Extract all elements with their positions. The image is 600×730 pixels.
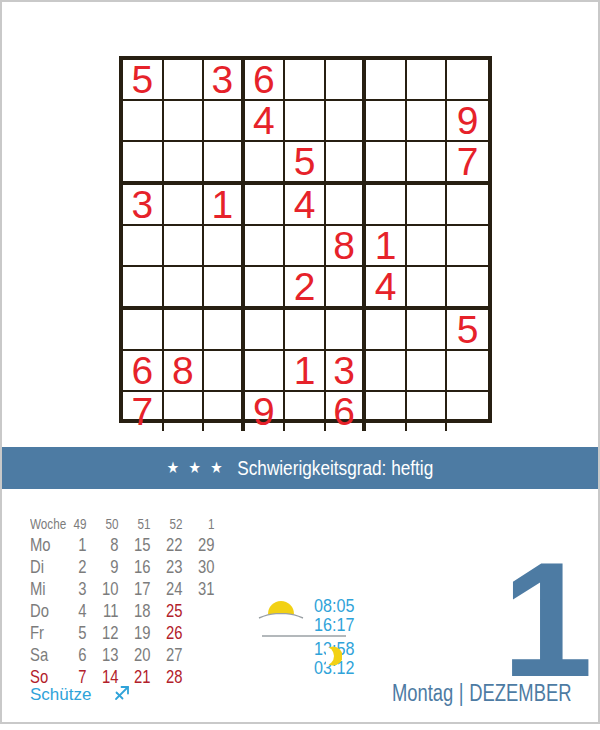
week-number: 52 [150, 512, 182, 534]
sudoku-given-digit: 3 [131, 185, 153, 224]
day-number: 10 [86, 578, 118, 600]
empty-cell [182, 644, 214, 666]
sudoku-cell: 6 [245, 60, 286, 101]
moon-icon [326, 645, 342, 667]
sudoku-given-digit: 4 [253, 101, 275, 140]
day-number: 23 [150, 556, 182, 578]
sudoku-given-digit: 9 [253, 392, 275, 431]
sudoku-cell [366, 185, 407, 226]
day-number: 30 [182, 556, 214, 578]
sudoku-cell [285, 226, 326, 267]
day-number: 22 [150, 534, 182, 556]
sudoku-cell [204, 267, 245, 310]
sudoku-cell [285, 310, 326, 351]
sudoku-cell [164, 267, 205, 310]
sun-times: 08:05 16:17 [314, 596, 354, 634]
sudoku-cell: 1 [285, 351, 326, 392]
calendar-page: 5364957314812456813796 ★ ★ ★ Schwierigke… [0, 0, 600, 724]
sudoku-given-digit: 5 [457, 310, 479, 349]
sudoku-given-digit: 6 [333, 392, 355, 431]
calendar-body: Woche495051521Mo18152229Di29162330Mi3101… [30, 512, 214, 688]
day-number: 17 [118, 578, 150, 600]
day-number: 13 [86, 644, 118, 666]
day-number: 11 [86, 600, 118, 622]
day-number: 26 [150, 622, 182, 644]
calendar-header-row: Woche495051521 [30, 512, 214, 534]
sudoku-given-digit: 2 [294, 267, 316, 306]
sudoku-cell [123, 267, 164, 310]
day-number: 3 [66, 578, 86, 600]
sudoku-cell: 5 [285, 142, 326, 185]
sudoku-cell [204, 392, 245, 431]
day-number: 2 [66, 556, 86, 578]
week-number: 49 [66, 512, 86, 534]
sudoku-cell: 8 [164, 351, 205, 392]
sudoku-given-digit: 7 [131, 392, 153, 431]
calendar-row-mo: Mo18152229 [30, 534, 214, 556]
day-number: 6 [66, 644, 86, 666]
calendar-row-do: Do4111825 [30, 600, 214, 622]
sun-moon-divider [262, 635, 346, 637]
day-number: 18 [118, 600, 150, 622]
sudoku-cell: 1 [204, 185, 245, 226]
sudoku-cell [204, 351, 245, 392]
sudoku-given-digit: 1 [375, 226, 397, 265]
star-icon: ★ [189, 460, 201, 476]
sudoku-given-digit: 3 [212, 60, 234, 99]
zodiac-label: Schütze [30, 685, 91, 705]
day-label: Fr [30, 622, 66, 644]
sudoku-cell: 8 [326, 226, 367, 267]
sudoku-cell [245, 267, 286, 310]
sudoku-cell: 2 [285, 267, 326, 310]
difficulty-banner-content: ★ ★ ★ Schwierigkeitsgrad: heftig [167, 457, 434, 480]
sudoku-cell [164, 142, 205, 185]
sudoku-cell [204, 310, 245, 351]
sudoku-cell [285, 60, 326, 101]
sudoku-cell: 3 [204, 60, 245, 101]
sudoku-cell [326, 310, 367, 351]
sudoku-cell [407, 267, 448, 310]
sunrise-icon [258, 599, 304, 621]
date-number: 1 [502, 538, 593, 702]
weekday-label: Montag [391, 680, 452, 706]
day-number: 16 [118, 556, 150, 578]
day-number: 25 [150, 600, 182, 622]
day-number: 8 [86, 534, 118, 556]
sunset-time: 16:17 [314, 615, 354, 634]
sudoku-given-digit: 3 [333, 351, 355, 390]
week-number: 51 [118, 512, 150, 534]
sudoku-cell [326, 185, 367, 226]
sudoku-cell [407, 310, 448, 351]
sudoku-given-digit: 6 [131, 351, 153, 390]
sudoku-cell [407, 226, 448, 267]
sudoku-cell: 5 [123, 60, 164, 101]
sudoku-cell: 6 [326, 392, 367, 431]
sudoku-cell [326, 267, 367, 310]
calendar-row-mi: Mi310172431 [30, 578, 214, 600]
sudoku-cell: 7 [447, 142, 488, 185]
sudoku-cell [204, 226, 245, 267]
sudoku-cell [366, 392, 407, 431]
sudoku-cell [447, 185, 488, 226]
sudoku-cell [164, 60, 205, 101]
empty-cell [182, 622, 214, 644]
sudoku-cell [164, 185, 205, 226]
sudoku-given-digit: 6 [253, 60, 275, 99]
star-icon: ★ [167, 460, 179, 476]
difficulty-label: Schwierigkeitsgrad: heftig [237, 457, 433, 480]
calendar-row-fr: Fr5121926 [30, 622, 214, 644]
sudoku-cell [366, 310, 407, 351]
sudoku-cell [245, 310, 286, 351]
sudoku-cell [164, 392, 205, 431]
sudoku-cell [285, 392, 326, 431]
sudoku-given-digit: 1 [212, 185, 234, 224]
date-line: Montag|DEZEMBER [391, 682, 571, 705]
day-number: 27 [150, 644, 182, 666]
sudoku-cell [366, 351, 407, 392]
sudoku-given-digit: 8 [333, 226, 355, 265]
sudoku-cell [164, 101, 205, 142]
day-number: 9 [86, 556, 118, 578]
sudoku-cell [245, 351, 286, 392]
sudoku-cell [123, 142, 164, 185]
sudoku-cell [407, 142, 448, 185]
day-number: 5 [66, 622, 86, 644]
sudoku-cell [123, 101, 164, 142]
day-number: 1 [66, 534, 86, 556]
day-number: 24 [150, 578, 182, 600]
day-number: 12 [86, 622, 118, 644]
sudoku-given-digit: 1 [294, 351, 316, 390]
sudoku-given-digit: 7 [457, 142, 479, 181]
week-column-label: Woche [30, 512, 66, 534]
day-label: Sa [30, 644, 66, 666]
sudoku-cell [326, 60, 367, 101]
day-number: 15 [118, 534, 150, 556]
sudoku-given-digit: 4 [375, 267, 397, 306]
sudoku-cell [204, 101, 245, 142]
sudoku-given-digit: 9 [457, 101, 479, 140]
sudoku-given-digit: 5 [294, 142, 316, 181]
sudoku-cell: 9 [447, 101, 488, 142]
sudoku-cell [164, 310, 205, 351]
sudoku-cell [123, 310, 164, 351]
week-number: 50 [86, 512, 118, 534]
star-icon: ★ [210, 460, 222, 476]
sudoku-grid: 5364957314812456813796 [119, 56, 492, 423]
sudoku-cell [407, 392, 448, 431]
sudoku-cell [407, 101, 448, 142]
day-label: Mi [30, 578, 66, 600]
sudoku-cell [407, 351, 448, 392]
day-number: 4 [66, 600, 86, 622]
sudoku-cell [326, 142, 367, 185]
day-number: 19 [118, 622, 150, 644]
sudoku-cell: 3 [123, 185, 164, 226]
sudoku-cell: 4 [366, 267, 407, 310]
empty-cell [182, 666, 214, 688]
day-label: Di [30, 556, 66, 578]
sudoku-cell: 3 [326, 351, 367, 392]
day-label: Mo [30, 534, 66, 556]
sudoku-cell [366, 101, 407, 142]
calendar-table: Woche495051521Mo18152229Di29162330Mi3101… [30, 512, 214, 688]
sudoku-cell [204, 142, 245, 185]
sudoku-cell [366, 60, 407, 101]
sagittarius-icon [112, 683, 132, 703]
day-number: 20 [118, 644, 150, 666]
sudoku-cell [407, 185, 448, 226]
sudoku-cell [447, 60, 488, 101]
sudoku-cell [164, 226, 205, 267]
difficulty-banner: ★ ★ ★ Schwierigkeitsgrad: heftig [2, 447, 598, 489]
sunrise-time: 08:05 [314, 596, 354, 615]
sudoku-cell: 9 [245, 392, 286, 431]
sudoku-cell: 7 [123, 392, 164, 431]
sudoku-given-digit: 8 [172, 351, 194, 390]
day-label: Do [30, 600, 66, 622]
sudoku-cell [447, 392, 488, 431]
sudoku-cell [245, 142, 286, 185]
sudoku-cell: 6 [123, 351, 164, 392]
sudoku-cell [245, 226, 286, 267]
day-number: 28 [150, 666, 182, 688]
sudoku-cell [447, 267, 488, 310]
sudoku-cell [326, 101, 367, 142]
sudoku-cell: 4 [245, 101, 286, 142]
month-label: DEZEMBER [469, 680, 571, 706]
week-number: 1 [182, 512, 214, 534]
sudoku-cell: 5 [447, 310, 488, 351]
sudoku-cell: 1 [366, 226, 407, 267]
sudoku-cell [366, 142, 407, 185]
calendar-row-di: Di29162330 [30, 556, 214, 578]
sudoku-cell [447, 226, 488, 267]
sudoku-cell [285, 101, 326, 142]
sudoku-cell [407, 60, 448, 101]
empty-cell [182, 600, 214, 622]
calendar-row-sa: Sa6132027 [30, 644, 214, 666]
day-number: 31 [182, 578, 214, 600]
sudoku-cell [245, 185, 286, 226]
sudoku-cell: 4 [285, 185, 326, 226]
sudoku-cell [447, 351, 488, 392]
sudoku-cell [123, 226, 164, 267]
sudoku-given-digit: 4 [294, 185, 316, 224]
date-separator: | [453, 680, 469, 706]
sudoku-given-digit: 5 [131, 60, 153, 99]
day-number: 29 [182, 534, 214, 556]
